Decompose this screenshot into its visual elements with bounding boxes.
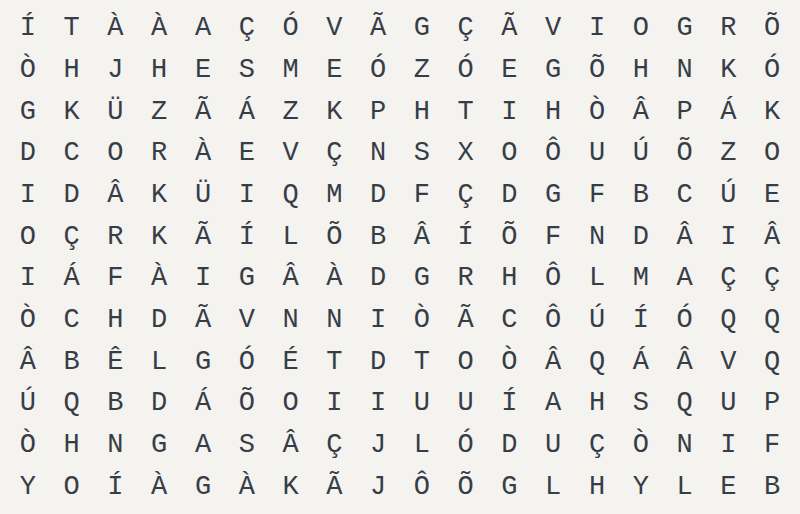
grid-cell[interactable]: À (137, 8, 181, 50)
grid-cell[interactable]: Ç (750, 258, 794, 300)
grid-cell[interactable]: D (137, 300, 181, 342)
grid-cell[interactable]: N (663, 425, 707, 467)
grid-cell[interactable]: B (94, 383, 138, 425)
grid-cell[interactable]: Â (663, 341, 707, 383)
grid-cell[interactable]: Ã (444, 300, 488, 342)
grid-cell[interactable]: G (181, 341, 225, 383)
grid-cell[interactable]: S (225, 50, 269, 92)
grid-cell[interactable]: B (750, 466, 794, 508)
grid-cell[interactable]: Ç (312, 133, 356, 175)
grid-cell[interactable]: O (750, 133, 794, 175)
grid-cell[interactable]: H (50, 425, 94, 467)
grid-cell[interactable]: Ó (663, 300, 707, 342)
grid-cell[interactable]: A (531, 383, 575, 425)
grid-cell[interactable]: Q (663, 383, 707, 425)
grid-cell[interactable]: P (356, 91, 400, 133)
grid-cell[interactable]: Ã (356, 8, 400, 50)
grid-cell[interactable]: C (50, 133, 94, 175)
grid-cell[interactable]: Q (750, 300, 794, 342)
grid-cell[interactable]: D (488, 425, 532, 467)
grid-cell[interactable]: D (619, 216, 663, 258)
grid-cell[interactable]: R (137, 133, 181, 175)
grid-cell[interactable]: O (444, 341, 488, 383)
grid-cell[interactable]: C (488, 300, 532, 342)
grid-cell[interactable]: Ã (312, 466, 356, 508)
grid-cell[interactable]: Ú (619, 133, 663, 175)
grid-cell[interactable]: M (619, 258, 663, 300)
grid-cell[interactable]: Í (225, 216, 269, 258)
grid-cell[interactable]: Ó (444, 50, 488, 92)
grid-cell[interactable]: Ã (488, 8, 532, 50)
grid-cell[interactable]: N (663, 50, 707, 92)
grid-cell[interactable]: Â (269, 425, 313, 467)
word-search-grid: ÍTÀÀAÇÓVÃGÇÃVIOGRÕÒHJHESMEÓZÓEGÕHNKÓGKÜZ… (0, 0, 800, 514)
grid-cell[interactable]: I (6, 175, 50, 217)
grid-cell[interactable]: Ò (6, 50, 50, 92)
grid-cell[interactable]: É (269, 341, 313, 383)
grid-cell[interactable]: Á (619, 341, 663, 383)
grid-cell[interactable]: Â (94, 175, 138, 217)
grid-cell[interactable]: K (269, 466, 313, 508)
grid-cell[interactable]: C (663, 175, 707, 217)
grid-cell[interactable]: V (312, 8, 356, 50)
grid-cell[interactable]: H (94, 300, 138, 342)
grid-cell[interactable]: Ô (531, 133, 575, 175)
grid-cell[interactable]: Ü (94, 91, 138, 133)
grid-cell[interactable]: N (575, 216, 619, 258)
grid-cell[interactable]: P (663, 91, 707, 133)
grid-cell[interactable]: H (575, 466, 619, 508)
grid-cell[interactable]: À (137, 466, 181, 508)
grid-cell[interactable]: À (94, 8, 138, 50)
grid-cell[interactable]: Á (706, 91, 750, 133)
grid-cell[interactable]: I (225, 175, 269, 217)
grid-cell[interactable]: Z (400, 50, 444, 92)
grid-cell[interactable]: O (269, 383, 313, 425)
grid-cell[interactable]: I (706, 216, 750, 258)
grid-cell[interactable]: Z (269, 91, 313, 133)
grid-cell[interactable]: I (356, 383, 400, 425)
grid-cell[interactable]: Ç (50, 216, 94, 258)
grid-cell[interactable]: S (400, 133, 444, 175)
grid-cell[interactable]: G (531, 175, 575, 217)
grid-cell[interactable]: U (400, 383, 444, 425)
grid-cell[interactable]: I (356, 300, 400, 342)
grid-cell[interactable]: L (400, 425, 444, 467)
grid-cell[interactable]: Ó (269, 8, 313, 50)
grid-cell[interactable]: C (50, 300, 94, 342)
grid-cell[interactable]: E (181, 50, 225, 92)
grid-cell[interactable]: Ó (444, 425, 488, 467)
grid-cell[interactable]: S (619, 383, 663, 425)
grid-cell[interactable]: D (488, 175, 532, 217)
grid-cell[interactable]: Ò (575, 91, 619, 133)
grid-cell[interactable]: Í (619, 300, 663, 342)
grid-cell[interactable]: A (181, 425, 225, 467)
grid-cell[interactable]: E (225, 133, 269, 175)
grid-cell[interactable]: G (663, 8, 707, 50)
grid-cell[interactable]: L (531, 466, 575, 508)
grid-cell[interactable]: Ô (531, 258, 575, 300)
grid-cell[interactable]: U (575, 133, 619, 175)
grid-cell[interactable]: Ç (444, 175, 488, 217)
grid-cell[interactable]: Ç (706, 258, 750, 300)
grid-cell[interactable]: V (225, 300, 269, 342)
grid-cell[interactable]: F (400, 175, 444, 217)
grid-cell[interactable]: Â (269, 258, 313, 300)
grid-cell[interactable]: B (356, 216, 400, 258)
grid-cell[interactable]: O (488, 133, 532, 175)
grid-cell[interactable]: K (50, 91, 94, 133)
grid-cell[interactable]: Y (6, 466, 50, 508)
grid-cell[interactable]: Ó (750, 50, 794, 92)
grid-cell[interactable]: Ó (225, 341, 269, 383)
grid-cell[interactable]: E (312, 50, 356, 92)
grid-cell[interactable]: I (706, 425, 750, 467)
grid-cell[interactable]: Õ (575, 50, 619, 92)
grid-cell[interactable]: H (488, 258, 532, 300)
grid-cell[interactable]: T (444, 91, 488, 133)
grid-cell[interactable]: G (531, 50, 575, 92)
grid-cell[interactable]: Á (50, 258, 94, 300)
grid-cell[interactable]: À (312, 258, 356, 300)
grid-cell[interactable]: A (181, 8, 225, 50)
grid-cell[interactable]: U (444, 383, 488, 425)
grid-cell[interactable]: F (531, 216, 575, 258)
grid-cell[interactable]: Õ (663, 133, 707, 175)
grid-cell[interactable]: Ú (575, 300, 619, 342)
grid-cell[interactable]: Á (181, 383, 225, 425)
grid-cell[interactable]: Â (6, 341, 50, 383)
grid-cell[interactable]: I (575, 8, 619, 50)
grid-cell[interactable]: Ç (225, 8, 269, 50)
grid-cell[interactable]: D (356, 175, 400, 217)
grid-cell[interactable]: Â (531, 341, 575, 383)
grid-cell[interactable]: Â (619, 91, 663, 133)
grid-cell[interactable]: N (356, 133, 400, 175)
grid-cell[interactable]: G (6, 91, 50, 133)
grid-cell[interactable]: T (400, 341, 444, 383)
grid-cell[interactable]: O (6, 216, 50, 258)
grid-cell[interactable]: À (181, 133, 225, 175)
grid-cell[interactable]: L (663, 466, 707, 508)
grid-cell[interactable]: K (750, 91, 794, 133)
grid-cell[interactable]: Ò (6, 300, 50, 342)
grid-cell[interactable]: Ç (575, 425, 619, 467)
grid-cell[interactable]: R (706, 8, 750, 50)
grid-cell[interactable]: D (137, 383, 181, 425)
grid-cell[interactable]: A (663, 258, 707, 300)
grid-cell[interactable]: F (750, 425, 794, 467)
grid-cell[interactable]: R (444, 258, 488, 300)
grid-cell[interactable]: Ç (312, 425, 356, 467)
grid-cell[interactable]: Í (444, 216, 488, 258)
grid-cell[interactable]: F (575, 175, 619, 217)
grid-cell[interactable]: Õ (444, 466, 488, 508)
grid-cell[interactable]: Â (663, 216, 707, 258)
grid-cell[interactable]: Ã (181, 91, 225, 133)
grid-cell[interactable]: H (575, 383, 619, 425)
grid-cell[interactable]: U (531, 425, 575, 467)
grid-cell[interactable]: R (94, 216, 138, 258)
grid-cell[interactable]: P (750, 383, 794, 425)
grid-cell[interactable]: K (706, 50, 750, 92)
grid-cell[interactable]: H (50, 50, 94, 92)
grid-cell[interactable]: Ò (488, 341, 532, 383)
grid-cell[interactable]: T (312, 341, 356, 383)
grid-cell[interactable]: S (225, 425, 269, 467)
grid-cell[interactable]: À (225, 466, 269, 508)
grid-cell[interactable]: V (531, 8, 575, 50)
grid-cell[interactable]: G (400, 258, 444, 300)
grid-cell[interactable]: V (269, 133, 313, 175)
grid-cell[interactable]: D (50, 175, 94, 217)
grid-cell[interactable]: G (137, 425, 181, 467)
grid-cell[interactable]: J (94, 50, 138, 92)
grid-cell[interactable]: G (400, 8, 444, 50)
grid-cell[interactable]: X (444, 133, 488, 175)
grid-cell[interactable]: D (6, 133, 50, 175)
grid-cell[interactable]: Z (137, 91, 181, 133)
grid-cell[interactable]: J (356, 425, 400, 467)
grid-cell[interactable]: L (575, 258, 619, 300)
grid-cell[interactable]: Ò (6, 425, 50, 467)
grid-cell[interactable]: Õ (488, 216, 532, 258)
grid-cell[interactable]: Ã (181, 216, 225, 258)
grid-cell[interactable]: O (50, 466, 94, 508)
grid-cell[interactable]: H (137, 50, 181, 92)
grid-cell[interactable]: M (269, 50, 313, 92)
grid-cell[interactable]: À (137, 258, 181, 300)
grid-cell[interactable]: J (356, 466, 400, 508)
grid-cell[interactable]: I (488, 91, 532, 133)
grid-cell[interactable]: Q (575, 341, 619, 383)
grid-cell[interactable]: Í (488, 383, 532, 425)
grid-cell[interactable]: Õ (225, 383, 269, 425)
grid-cell[interactable]: O (94, 133, 138, 175)
grid-cell[interactable]: Ú (706, 175, 750, 217)
grid-cell[interactable]: Ó (356, 50, 400, 92)
grid-cell[interactable]: F (94, 258, 138, 300)
grid-cell[interactable]: G (225, 258, 269, 300)
grid-cell[interactable]: B (619, 175, 663, 217)
grid-cell[interactable]: Ã (181, 300, 225, 342)
grid-cell[interactable]: Q (50, 383, 94, 425)
grid-cell[interactable]: I (181, 258, 225, 300)
grid-cell[interactable]: I (6, 258, 50, 300)
grid-cell[interactable]: Â (750, 216, 794, 258)
grid-cell[interactable]: L (269, 216, 313, 258)
grid-cell[interactable]: Ô (400, 466, 444, 508)
grid-cell[interactable]: D (356, 341, 400, 383)
grid-cell[interactable]: K (137, 175, 181, 217)
grid-cell[interactable]: O (619, 8, 663, 50)
grid-cell[interactable]: Q (750, 341, 794, 383)
grid-cell[interactable]: Q (706, 300, 750, 342)
grid-cell[interactable]: Á (225, 91, 269, 133)
grid-cell[interactable]: Ê (94, 341, 138, 383)
grid-cell[interactable]: Õ (312, 216, 356, 258)
grid-cell[interactable]: Ç (444, 8, 488, 50)
grid-cell[interactable]: H (619, 50, 663, 92)
grid-cell[interactable]: U (706, 383, 750, 425)
grid-cell[interactable]: Ú (6, 383, 50, 425)
grid-cell[interactable]: N (312, 300, 356, 342)
grid-cell[interactable]: H (400, 91, 444, 133)
grid-cell[interactable]: T (50, 8, 94, 50)
grid-cell[interactable]: K (137, 216, 181, 258)
grid-cell[interactable]: G (488, 466, 532, 508)
grid-cell[interactable]: E (750, 175, 794, 217)
grid-cell[interactable]: Õ (750, 8, 794, 50)
grid-cell[interactable]: Ü (181, 175, 225, 217)
grid-cell[interactable]: Â (400, 216, 444, 258)
grid-cell[interactable]: E (706, 466, 750, 508)
grid-cell[interactable]: N (269, 300, 313, 342)
grid-cell[interactable]: N (94, 425, 138, 467)
grid-cell[interactable]: Ò (400, 300, 444, 342)
grid-cell[interactable]: K (312, 91, 356, 133)
grid-cell[interactable]: Í (6, 8, 50, 50)
grid-cell[interactable]: E (488, 50, 532, 92)
grid-cell[interactable]: D (356, 258, 400, 300)
grid-cell[interactable]: Ô (531, 300, 575, 342)
grid-cell[interactable]: H (531, 91, 575, 133)
grid-cell[interactable]: G (181, 466, 225, 508)
grid-cell[interactable]: Ò (619, 425, 663, 467)
grid-cell[interactable]: V (706, 341, 750, 383)
grid-cell[interactable]: L (137, 341, 181, 383)
grid-cell[interactable]: I (312, 383, 356, 425)
grid-cell[interactable]: Q (269, 175, 313, 217)
grid-cell[interactable]: Y (619, 466, 663, 508)
grid-cell[interactable]: M (312, 175, 356, 217)
grid-cell[interactable]: B (50, 341, 94, 383)
grid-cell[interactable]: Z (706, 133, 750, 175)
grid-cell[interactable]: Í (94, 466, 138, 508)
